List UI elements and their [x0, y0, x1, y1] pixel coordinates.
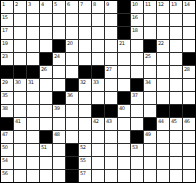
white-cell[interactable] [27, 105, 39, 117]
white-cell[interactable]: 27 [105, 66, 117, 78]
white-cell[interactable] [27, 14, 39, 26]
white-cell[interactable] [53, 79, 65, 91]
white-cell[interactable] [105, 40, 117, 52]
white-cell[interactable] [118, 131, 130, 143]
white-cell[interactable] [183, 79, 195, 91]
white-cell[interactable] [157, 92, 169, 104]
clue-number: 32 [80, 79, 85, 85]
white-cell[interactable] [131, 118, 143, 130]
white-cell[interactable] [14, 131, 26, 143]
clue-number: 29 [2, 79, 7, 85]
white-cell[interactable] [144, 66, 156, 78]
white-cell[interactable]: 41 [14, 118, 26, 130]
white-cell[interactable] [92, 170, 104, 182]
clue-number: 49 [145, 131, 150, 137]
white-cell[interactable] [92, 157, 104, 169]
white-cell[interactable] [144, 27, 156, 39]
white-cell[interactable] [170, 14, 182, 26]
white-cell[interactable]: 13 [170, 1, 182, 13]
white-cell[interactable] [53, 14, 65, 26]
white-cell[interactable] [92, 40, 104, 52]
white-cell[interactable] [40, 79, 52, 91]
clue-number: 27 [106, 66, 111, 72]
black-cell [40, 53, 52, 65]
white-cell[interactable] [92, 14, 104, 26]
white-cell[interactable] [14, 53, 26, 65]
white-cell[interactable]: 35 [1, 92, 13, 104]
black-cell [105, 105, 117, 117]
clue-number: 19 [2, 40, 7, 46]
clue-number: 4 [41, 1, 44, 7]
white-cell[interactable] [105, 79, 117, 91]
white-cell[interactable] [118, 79, 130, 91]
white-cell[interactable] [40, 157, 52, 169]
white-cell[interactable]: 54 [1, 157, 13, 169]
clue-number: 2 [15, 1, 18, 7]
white-cell[interactable] [27, 131, 39, 143]
white-cell[interactable]: 55 [79, 157, 91, 169]
white-cell[interactable]: 33 [92, 79, 104, 91]
black-cell [66, 79, 78, 91]
clue-number: 40 [119, 105, 124, 111]
white-cell[interactable] [144, 92, 156, 104]
black-cell [92, 105, 104, 117]
white-cell[interactable] [170, 53, 182, 65]
white-cell[interactable]: 46 [183, 118, 195, 130]
white-cell[interactable] [14, 40, 26, 52]
clue-number: 16 [132, 14, 137, 20]
white-cell[interactable] [170, 66, 182, 78]
clue-number: 54 [2, 157, 7, 163]
black-cell [131, 131, 143, 143]
white-cell[interactable] [66, 118, 78, 130]
white-cell[interactable]: 26 [40, 66, 52, 78]
white-cell[interactable] [27, 27, 39, 39]
white-cell[interactable] [53, 118, 65, 130]
white-cell[interactable]: 38 [1, 105, 13, 117]
white-cell[interactable]: 28 [183, 66, 195, 78]
white-cell[interactable] [27, 40, 39, 52]
white-cell[interactable] [92, 53, 104, 65]
white-cell[interactable] [157, 53, 169, 65]
clue-number: 46 [184, 118, 189, 124]
clue-number: 53 [132, 144, 137, 150]
white-cell[interactable] [92, 92, 104, 104]
white-cell[interactable] [131, 40, 143, 52]
clue-number: 52 [80, 144, 85, 150]
clue-number: 18 [132, 27, 137, 33]
white-cell[interactable] [92, 131, 104, 143]
white-cell[interactable] [79, 92, 91, 104]
white-cell[interactable] [170, 40, 182, 52]
black-cell [118, 1, 130, 13]
white-cell[interactable]: 20 [66, 40, 78, 52]
white-cell[interactable] [92, 27, 104, 39]
white-cell[interactable] [170, 92, 182, 104]
clue-number: 28 [184, 66, 189, 72]
clue-number: 30 [15, 79, 20, 85]
clue-number: 47 [2, 131, 7, 137]
white-cell[interactable]: 18 [131, 27, 143, 39]
clue-number: 34 [145, 79, 150, 85]
white-cell[interactable] [40, 92, 52, 104]
clue-number: 14 [184, 1, 189, 7]
white-cell[interactable]: 57 [79, 170, 91, 182]
white-cell[interactable]: 51 [40, 144, 52, 156]
white-cell[interactable] [27, 118, 39, 130]
clue-number: 41 [15, 118, 20, 124]
white-cell[interactable] [53, 157, 65, 169]
crossword-grid: 1234567891011121314151617181920212223242… [0, 0, 196, 183]
black-cell [157, 105, 169, 117]
black-cell [118, 92, 130, 104]
black-cell [170, 105, 182, 117]
white-cell[interactable]: 29 [1, 79, 13, 91]
white-cell[interactable] [118, 157, 130, 169]
black-cell [1, 118, 13, 130]
white-cell[interactable] [79, 118, 91, 130]
white-cell[interactable]: 14 [183, 1, 195, 13]
white-cell[interactable] [79, 40, 91, 52]
black-cell [27, 66, 39, 78]
clue-number: 1 [2, 1, 5, 7]
white-cell[interactable] [183, 131, 195, 143]
white-cell[interactable] [118, 170, 130, 182]
white-cell[interactable] [66, 105, 78, 117]
white-cell[interactable] [170, 157, 182, 169]
white-cell[interactable]: 47 [1, 131, 13, 143]
white-cell[interactable] [131, 170, 143, 182]
white-cell[interactable] [105, 131, 117, 143]
white-cell[interactable] [170, 27, 182, 39]
clue-number: 31 [28, 79, 33, 85]
black-cell [66, 157, 78, 169]
clue-number: 42 [93, 118, 98, 124]
white-cell[interactable]: 25 [144, 53, 156, 65]
clue-number: 36 [67, 92, 72, 98]
clue-number: 3 [28, 1, 31, 7]
white-cell[interactable] [157, 131, 169, 143]
clue-number: 57 [80, 170, 85, 176]
white-cell[interactable] [14, 157, 26, 169]
white-cell[interactable] [144, 157, 156, 169]
white-cell[interactable] [66, 14, 78, 26]
black-cell [183, 105, 195, 117]
white-cell[interactable] [118, 144, 130, 156]
white-cell[interactable] [131, 66, 143, 78]
clue-number: 10 [132, 1, 137, 7]
white-cell[interactable]: 1 [1, 1, 13, 13]
white-cell[interactable]: 32 [79, 79, 91, 91]
clue-number: 20 [67, 40, 72, 46]
white-cell[interactable]: 21 [118, 40, 130, 52]
clue-number: 48 [54, 131, 59, 137]
clue-number: 12 [158, 1, 163, 7]
white-cell[interactable] [183, 27, 195, 39]
white-cell[interactable] [170, 170, 182, 182]
white-cell[interactable]: 16 [131, 14, 143, 26]
white-cell[interactable] [105, 14, 117, 26]
clue-number: 45 [171, 118, 176, 124]
clue-number: 21 [119, 40, 124, 46]
clue-number: 38 [2, 105, 7, 111]
white-cell[interactable]: 43 [105, 118, 117, 130]
white-cell[interactable] [131, 53, 143, 65]
clue-number: 8 [93, 1, 96, 7]
white-cell[interactable]: 37 [131, 92, 143, 104]
white-cell[interactable] [27, 157, 39, 169]
white-cell[interactable] [157, 144, 169, 156]
white-cell[interactable] [27, 53, 39, 65]
white-cell[interactable]: 24 [53, 53, 65, 65]
white-cell[interactable]: 39 [53, 105, 65, 117]
white-cell[interactable] [27, 92, 39, 104]
clue-number: 9 [106, 1, 109, 7]
white-cell[interactable] [118, 66, 130, 78]
white-cell[interactable]: 22 [157, 40, 169, 52]
clue-number: 39 [54, 105, 59, 111]
white-cell[interactable]: 50 [1, 144, 13, 156]
white-cell[interactable]: 4 [40, 1, 52, 13]
black-cell [183, 53, 195, 65]
white-cell[interactable] [66, 66, 78, 78]
crossword-puzzle: 1234567891011121314151617181920212223242… [0, 0, 196, 183]
white-cell[interactable]: 42 [92, 118, 104, 130]
white-cell[interactable] [14, 27, 26, 39]
white-cell[interactable] [92, 144, 104, 156]
white-cell[interactable] [183, 157, 195, 169]
white-cell[interactable] [79, 105, 91, 117]
white-cell[interactable] [79, 131, 91, 143]
white-cell[interactable] [40, 105, 52, 117]
clue-number: 7 [80, 1, 83, 7]
clue-number: 13 [171, 1, 176, 7]
white-cell[interactable]: 8 [92, 1, 104, 13]
clue-number: 33 [93, 79, 98, 85]
white-cell[interactable] [66, 131, 78, 143]
white-cell[interactable] [157, 14, 169, 26]
white-cell[interactable]: 48 [53, 131, 65, 143]
white-cell[interactable] [105, 53, 117, 65]
white-cell[interactable] [131, 157, 143, 169]
white-cell[interactable]: 52 [79, 144, 91, 156]
white-cell[interactable]: 11 [144, 1, 156, 13]
white-cell[interactable] [183, 92, 195, 104]
white-cell[interactable] [53, 27, 65, 39]
white-cell[interactable]: 31 [27, 79, 39, 91]
black-cell [118, 27, 130, 39]
clue-number: 15 [2, 14, 7, 20]
clue-number: 51 [41, 144, 46, 150]
white-cell[interactable] [66, 27, 78, 39]
clue-number: 17 [2, 27, 7, 33]
white-cell[interactable] [144, 144, 156, 156]
black-cell [118, 14, 130, 26]
clue-number: 50 [2, 144, 7, 150]
white-cell[interactable] [40, 27, 52, 39]
clue-number: 5 [54, 1, 57, 7]
clue-number: 6 [67, 1, 70, 7]
white-cell[interactable] [183, 40, 195, 52]
clue-number: 55 [80, 157, 85, 163]
white-cell[interactable] [157, 79, 169, 91]
white-cell[interactable] [157, 170, 169, 182]
clue-number: 26 [41, 66, 46, 72]
white-cell[interactable] [40, 170, 52, 182]
white-cell[interactable] [79, 53, 91, 65]
white-cell[interactable] [170, 79, 182, 91]
white-cell[interactable] [183, 14, 195, 26]
white-cell[interactable] [40, 40, 52, 52]
white-cell[interactable] [53, 170, 65, 182]
white-cell[interactable] [66, 53, 78, 65]
white-cell[interactable] [105, 170, 117, 182]
white-cell[interactable] [105, 92, 117, 104]
white-cell[interactable]: 49 [144, 131, 156, 143]
white-cell[interactable]: 45 [170, 118, 182, 130]
white-cell[interactable]: 53 [131, 144, 143, 156]
black-cell [66, 170, 78, 182]
clue-number: 25 [145, 53, 150, 59]
black-cell [92, 66, 104, 78]
white-cell[interactable]: 44 [157, 118, 169, 130]
white-cell[interactable]: 15 [1, 14, 13, 26]
white-cell[interactable] [40, 118, 52, 130]
white-cell[interactable]: 23 [1, 53, 13, 65]
white-cell[interactable] [183, 144, 195, 156]
white-cell[interactable] [14, 105, 26, 117]
white-cell[interactable] [105, 157, 117, 169]
white-cell[interactable] [183, 170, 195, 182]
white-cell[interactable] [14, 14, 26, 26]
black-cell [144, 118, 156, 130]
white-cell[interactable]: 17 [1, 27, 13, 39]
white-cell[interactable] [79, 27, 91, 39]
black-cell [1, 66, 13, 78]
white-cell[interactable] [157, 27, 169, 39]
white-cell[interactable]: 3 [27, 1, 39, 13]
white-cell[interactable] [170, 144, 182, 156]
white-cell[interactable]: 40 [118, 105, 130, 117]
clue-number: 11 [145, 1, 150, 7]
white-cell[interactable] [170, 131, 182, 143]
black-cell [53, 40, 65, 52]
white-cell[interactable]: 9 [105, 1, 117, 13]
black-cell [14, 66, 26, 78]
black-cell [79, 66, 91, 78]
white-cell[interactable]: 2 [14, 1, 26, 13]
white-cell[interactable]: 34 [144, 79, 156, 91]
white-cell[interactable] [79, 14, 91, 26]
white-cell[interactable] [157, 66, 169, 78]
white-cell[interactable]: 30 [14, 79, 26, 91]
white-cell[interactable]: 12 [157, 1, 169, 13]
white-cell[interactable] [118, 118, 130, 130]
clue-number: 43 [106, 118, 111, 124]
clue-number: 44 [158, 118, 163, 124]
black-cell [40, 131, 52, 143]
white-cell[interactable] [105, 27, 117, 39]
white-cell[interactable] [157, 157, 169, 169]
white-cell[interactable] [105, 144, 117, 156]
black-cell [144, 40, 156, 52]
clue-number: 24 [54, 53, 59, 59]
clue-number: 35 [2, 92, 7, 98]
white-cell[interactable] [131, 105, 143, 117]
white-cell[interactable] [14, 170, 26, 182]
clue-number: 22 [158, 40, 163, 46]
white-cell[interactable]: 56 [1, 170, 13, 182]
white-cell[interactable] [27, 144, 39, 156]
black-cell [131, 79, 143, 91]
white-cell[interactable]: 36 [66, 92, 78, 104]
white-cell[interactable] [53, 144, 65, 156]
white-cell[interactable]: 6 [66, 1, 78, 13]
white-cell[interactable]: 10 [131, 1, 143, 13]
white-cell[interactable]: 5 [53, 1, 65, 13]
white-cell[interactable] [27, 170, 39, 182]
white-cell[interactable] [14, 92, 26, 104]
white-cell[interactable]: 7 [79, 1, 91, 13]
black-cell [53, 92, 65, 104]
clue-number: 56 [2, 170, 7, 176]
white-cell[interactable] [14, 144, 26, 156]
white-cell[interactable] [144, 105, 156, 117]
white-cell[interactable]: 19 [1, 40, 13, 52]
white-cell[interactable] [118, 53, 130, 65]
white-cell[interactable] [53, 66, 65, 78]
black-cell [66, 144, 78, 156]
white-cell[interactable] [144, 14, 156, 26]
clue-number: 23 [2, 53, 7, 59]
white-cell[interactable] [144, 170, 156, 182]
clue-number: 37 [132, 92, 137, 98]
white-cell[interactable] [40, 14, 52, 26]
